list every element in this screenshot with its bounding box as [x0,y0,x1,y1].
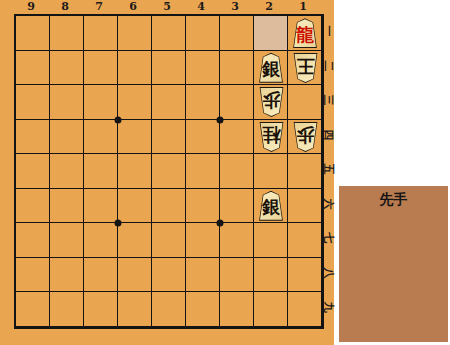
rank-label-1: 一 [321,24,335,38]
square-4-3[interactable] [186,85,220,120]
square-4-1[interactable] [186,16,220,51]
square-9-9[interactable] [16,292,50,327]
square-5-7[interactable] [152,223,186,258]
square-9-4[interactable] [16,120,50,155]
square-7-8[interactable] [84,258,118,293]
square-3-5[interactable] [220,154,254,189]
sente-piece-stand[interactable]: 先手 [339,186,448,342]
square-5-9[interactable] [152,292,186,327]
piece-kanji: 銀 [262,198,280,216]
square-7-4[interactable] [84,120,118,155]
square-7-7[interactable] [84,223,118,258]
square-8-9[interactable] [50,292,84,327]
square-8-1[interactable] [50,16,84,51]
square-6-8[interactable] [118,258,152,293]
star-point [217,220,224,227]
square-9-7[interactable] [16,223,50,258]
star-point [115,116,122,123]
square-5-8[interactable] [152,258,186,293]
square-3-3[interactable] [220,85,254,120]
rank-label-4: 四 [321,128,335,142]
square-9-5[interactable] [16,154,50,189]
square-6-4[interactable] [118,120,152,155]
square-4-4[interactable] [186,120,220,155]
square-8-3[interactable] [50,85,84,120]
square-5-5[interactable] [152,154,186,189]
square-6-1[interactable] [118,16,152,51]
square-6-7[interactable] [118,223,152,258]
file-label-4: 4 [191,0,211,13]
square-5-6[interactable] [152,189,186,224]
star-point [115,220,122,227]
square-1-6[interactable] [288,189,322,224]
rank-label-8: 八 [321,266,335,280]
file-label-2: 2 [259,0,279,13]
file-label-7: 7 [89,0,109,13]
square-3-2[interactable] [220,51,254,86]
square-3-6[interactable] [220,189,254,224]
square-5-1[interactable] [152,16,186,51]
piece-kanji: 銀 [262,60,280,78]
square-3-8[interactable] [220,258,254,293]
piece-kanji: 歩 [296,126,314,144]
square-5-3[interactable] [152,85,186,120]
square-1-3[interactable] [288,85,322,120]
square-2-9[interactable] [254,292,288,327]
rank-label-5: 五 [321,162,335,176]
square-7-9[interactable] [84,292,118,327]
piece-kanji: 桂 [262,126,280,144]
square-3-9[interactable] [220,292,254,327]
square-2-8[interactable] [254,258,288,293]
square-9-1[interactable] [16,16,50,51]
square-9-8[interactable] [16,258,50,293]
square-6-3[interactable] [118,85,152,120]
square-1-5[interactable] [288,154,322,189]
sente-stand-label: 先手 [339,191,448,209]
square-8-7[interactable] [50,223,84,258]
square-7-3[interactable] [84,85,118,120]
piece-kanji: 王 [296,57,314,75]
shogi-board: 龍王銀歩桂歩銀 [14,14,324,329]
square-4-6[interactable] [186,189,220,224]
rank-label-6: 六 [321,197,335,211]
square-7-6[interactable] [84,189,118,224]
square-6-9[interactable] [118,292,152,327]
piece-kanji: 龍 [296,26,314,44]
square-2-1[interactable] [254,16,288,51]
square-4-7[interactable] [186,223,220,258]
square-1-9[interactable] [288,292,322,327]
square-4-8[interactable] [186,258,220,293]
square-5-4[interactable] [152,120,186,155]
square-3-1[interactable] [220,16,254,51]
rank-label-3: 三 [321,93,335,107]
square-6-2[interactable] [118,51,152,86]
square-1-7[interactable] [288,223,322,258]
square-8-4[interactable] [50,120,84,155]
square-9-2[interactable] [16,51,50,86]
rank-label-9: 九 [321,300,335,314]
square-9-3[interactable] [16,85,50,120]
square-5-2[interactable] [152,51,186,86]
square-4-9[interactable] [186,292,220,327]
square-6-5[interactable] [118,154,152,189]
square-2-7[interactable] [254,223,288,258]
rank-label-2: 二 [321,59,335,73]
piece-kanji: 歩 [262,92,280,110]
rank-label-7: 七 [321,231,335,245]
square-7-5[interactable] [84,154,118,189]
file-label-1: 1 [293,0,313,13]
square-3-4[interactable] [220,120,254,155]
square-8-8[interactable] [50,258,84,293]
square-9-6[interactable] [16,189,50,224]
square-7-2[interactable] [84,51,118,86]
square-1-8[interactable] [288,258,322,293]
shogi-app: 龍王銀歩桂歩銀 987654321一二三四五六七八九 先手 [0,0,450,345]
file-label-5: 5 [157,0,177,13]
file-label-9: 9 [21,0,41,13]
file-label-8: 8 [55,0,75,13]
square-6-6[interactable] [118,189,152,224]
square-8-6[interactable] [50,189,84,224]
square-7-1[interactable] [84,16,118,51]
square-4-5[interactable] [186,154,220,189]
square-2-5[interactable] [254,154,288,189]
square-8-2[interactable] [50,51,84,86]
square-4-2[interactable] [186,51,220,86]
star-point [217,116,224,123]
square-3-7[interactable] [220,223,254,258]
file-label-6: 6 [123,0,143,13]
square-8-5[interactable] [50,154,84,189]
file-label-3: 3 [225,0,245,13]
